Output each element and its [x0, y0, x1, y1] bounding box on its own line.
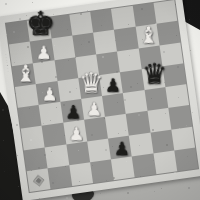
square-c4: ♟: [60, 99, 84, 123]
square-c3: ♟: [63, 120, 87, 144]
square-a3: [21, 126, 45, 150]
square-e8: [90, 9, 114, 33]
square-h1: [174, 147, 198, 171]
square-a6: ♝: [12, 63, 36, 87]
square-g6: [138, 45, 162, 69]
square-g7: ♝: [135, 24, 159, 48]
square-f4: [123, 90, 147, 114]
noise-speckle: [190, 50, 191, 51]
square-f1: [132, 153, 156, 177]
noise-speckle: [32, 2, 33, 3]
square-f8: [111, 6, 135, 30]
white-pawn-b7: ♟: [35, 43, 51, 61]
square-g3: [147, 108, 171, 132]
square-e4: [102, 93, 126, 117]
square-h5: [162, 63, 186, 87]
square-d1: [90, 159, 114, 183]
square-f7: [114, 27, 138, 51]
square-e6: [96, 51, 120, 75]
white-pawn-d4: ♟: [86, 101, 102, 119]
square-b5: ♟: [36, 81, 60, 105]
board-ornament: ◈: [32, 172, 46, 188]
square-c6: [54, 57, 78, 81]
square-h3: [168, 105, 192, 129]
chess-board: ······· ♚♟♝♝♟♛♟♛♟♟♟♟◈: [0, 0, 200, 200]
square-c5: [57, 78, 81, 102]
photo-canvas: ······· ♚♟♝♝♟♛♟♛♟♟♟♟◈: [0, 0, 200, 200]
square-e5: ♟: [99, 72, 123, 96]
square-d6: [75, 54, 99, 78]
square-f3: [126, 111, 150, 135]
square-b7: ♟: [30, 39, 54, 63]
square-d7: [72, 33, 96, 57]
square-b3: [42, 123, 66, 147]
black-pawn-c4: ♟: [65, 103, 81, 121]
square-d5: ♛: [78, 75, 102, 99]
white-pawn-c3: ♟: [68, 125, 84, 143]
square-c8: [48, 15, 72, 39]
black-pawn-e2: ♟: [113, 140, 129, 158]
square-g4: [144, 87, 168, 111]
square-e2: ♟: [108, 135, 132, 159]
noise-speckle: [5, 3, 7, 5]
square-h2: [171, 126, 195, 150]
square-b2: [45, 144, 69, 168]
square-h4: [165, 84, 189, 108]
noise-speckle: [1, 78, 2, 79]
square-a2: [24, 147, 48, 171]
square-h8: [153, 0, 177, 24]
square-a8: [6, 21, 30, 45]
square-d8: [69, 12, 93, 36]
square-c7: [51, 36, 75, 60]
white-pawn-b5: ♟: [41, 85, 57, 103]
square-g1: [153, 150, 177, 174]
square-e1: [111, 156, 135, 180]
square-f5: [120, 69, 144, 93]
square-h6: [159, 42, 183, 66]
square-a7: [9, 42, 33, 66]
square-d4: ♟: [81, 96, 105, 120]
square-g5: ♛: [141, 66, 165, 90]
square-a5: [15, 84, 39, 108]
square-f6: [117, 48, 141, 72]
square-b6: [33, 60, 57, 84]
square-c2: [66, 141, 90, 165]
square-b4: [39, 102, 63, 126]
square-g8: [132, 3, 156, 27]
square-h7: [156, 21, 180, 45]
square-b1: [48, 165, 72, 189]
square-f2: [129, 132, 153, 156]
square-a4: [18, 105, 42, 129]
square-e7: [93, 30, 117, 54]
square-b8: ♚: [27, 18, 51, 42]
square-c1: [69, 162, 93, 186]
square-e3: [105, 114, 129, 138]
square-d3: [84, 117, 108, 141]
square-a1: ◈: [27, 168, 51, 192]
board-grid: ♚♟♝♝♟♛♟♛♟♟♟♟◈: [6, 0, 198, 192]
square-g2: [150, 129, 174, 153]
square-d2: [87, 138, 111, 162]
black-pawn-e5: ♟: [104, 77, 120, 95]
